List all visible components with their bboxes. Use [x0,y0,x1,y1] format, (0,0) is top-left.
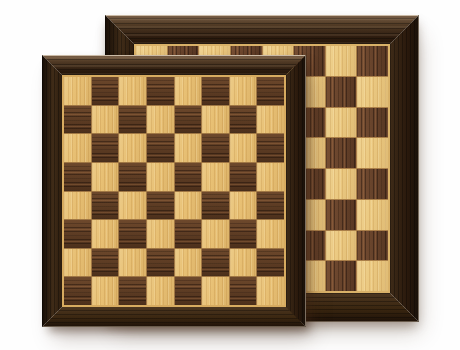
back-chess-board-square-h7 [357,77,388,107]
front-chess-board-square-b5 [92,163,119,191]
front-chess-board-square-c6 [119,134,146,162]
front-chess-board-square-d4 [147,192,174,220]
front-chess-board-square-g2 [230,249,257,277]
front-chess-board-square-d3 [147,220,174,248]
front-chess-board-playing-area [62,75,286,307]
front-chess-board-square-b1 [92,277,119,305]
front-chess-board-frame-right [286,55,306,327]
front-chess-board-square-g3 [230,220,257,248]
front-chess-board-square-a4 [64,192,91,220]
front-chess-board-square-f6 [202,134,229,162]
back-chess-board-square-g6 [326,108,357,138]
front-chess-board-square-a1 [64,277,91,305]
back-chess-board-frame-right [390,15,419,322]
front-chess-board-square-f5 [202,163,229,191]
back-chess-board-square-g2 [326,231,357,261]
front-chess-board-square-f7 [202,106,229,134]
front-chess-board-square-g4 [230,192,257,220]
front-chess-board-square-h5 [257,163,284,191]
back-chess-board-square-g5 [326,138,357,168]
front-chess-board-square-d7 [147,106,174,134]
front-chess-board-square-e1 [175,277,202,305]
back-chess-board-square-g7 [326,77,357,107]
back-chess-board-square-h4 [357,169,388,199]
front-chess-board-frame-bottom [42,307,306,327]
front-chess-board-square-a3 [64,220,91,248]
front-chess-board-square-a5 [64,163,91,191]
front-chess-board-square-c7 [119,106,146,134]
front-chess-board-square-b7 [92,106,119,134]
back-chess-board-square-g8 [326,46,357,76]
front-chess-board-square-c2 [119,249,146,277]
front-chess-board-square-g5 [230,163,257,191]
front-chess-board-square-h2 [257,249,284,277]
front-chess-board-square-e5 [175,163,202,191]
back-chess-board-square-h2 [357,231,388,261]
front-chess-board-square-d2 [147,249,174,277]
front-chess-board-square-d1 [147,277,174,305]
back-chess-board-square-h5 [357,138,388,168]
front-chess-board-square-d8 [147,77,174,105]
front-chess-board-square-h4 [257,192,284,220]
front-chess-board-square-c5 [119,163,146,191]
front-chess-board-square-c4 [119,192,146,220]
back-chess-board-square-g4 [326,169,357,199]
front-chess-board-square-g8 [230,77,257,105]
front-chess-board-square-e8 [175,77,202,105]
front-chess-board-frame-left [42,55,62,327]
front-chess-board-square-d6 [147,134,174,162]
front-chess-board-square-e4 [175,192,202,220]
front-chess-board-square-a8 [64,77,91,105]
back-chess-board-square-h8 [357,46,388,76]
back-chess-board-frame-top [105,15,419,44]
front-chess-board-square-b6 [92,134,119,162]
front-chess-board-square-e7 [175,106,202,134]
front-chess-board-square-f8 [202,77,229,105]
front-chess-board-square-h7 [257,106,284,134]
back-chess-board-square-h6 [357,108,388,138]
front-chess-board-square-b2 [92,249,119,277]
front-chess-board-square-d5 [147,163,174,191]
front-chess-board-square-f3 [202,220,229,248]
front-chess-board-square-h1 [257,277,284,305]
front-chess-board-square-g1 [230,277,257,305]
front-chess-board-square-h8 [257,77,284,105]
front-chess-board-square-e6 [175,134,202,162]
front-chess-board-square-a7 [64,106,91,134]
front-chess-board-square-b4 [92,192,119,220]
front-chess-board-square-f2 [202,249,229,277]
front-chess-board [42,55,306,327]
front-chess-board-square-a6 [64,134,91,162]
back-chess-board-square-h1 [357,261,388,291]
front-chess-board-square-a2 [64,249,91,277]
front-chess-board-square-h6 [257,134,284,162]
front-chess-board-frame-top [42,55,306,75]
front-chess-board-square-f4 [202,192,229,220]
front-chess-board-square-e2 [175,249,202,277]
front-chess-board-square-g7 [230,106,257,134]
back-chess-board-square-g3 [326,200,357,230]
front-chess-board-square-c1 [119,277,146,305]
front-chess-board-square-b3 [92,220,119,248]
front-chess-board-square-c3 [119,220,146,248]
front-chess-board-square-c8 [119,77,146,105]
back-chess-board-square-h3 [357,200,388,230]
product-photo-scene [0,0,460,350]
front-chess-board-square-e3 [175,220,202,248]
back-chess-board-square-g1 [326,261,357,291]
front-chess-board-square-g6 [230,134,257,162]
front-chess-board-square-b8 [92,77,119,105]
front-chess-board-square-f1 [202,277,229,305]
front-chess-board-square-h3 [257,220,284,248]
